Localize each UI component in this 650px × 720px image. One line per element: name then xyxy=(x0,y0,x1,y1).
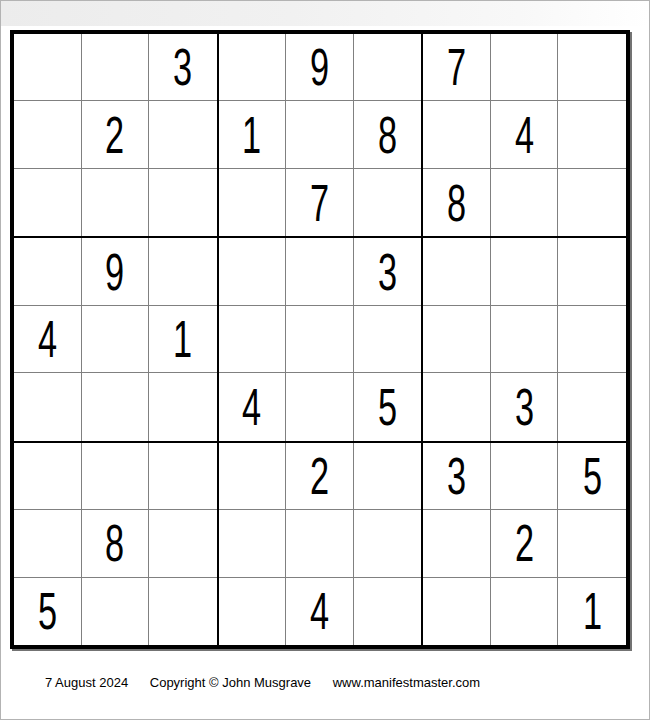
given-digit: 3 xyxy=(447,450,466,502)
sudoku-box-6: 3 xyxy=(422,237,627,441)
given-digit: 9 xyxy=(105,246,124,298)
cell-r5c6 xyxy=(354,306,422,373)
cell-r1c6 xyxy=(354,34,422,101)
given-digit: 7 xyxy=(447,41,466,93)
cell-r2c7 xyxy=(423,101,491,168)
cell-r7c2 xyxy=(82,443,150,510)
cell-r3c9 xyxy=(558,169,626,236)
top-band xyxy=(1,1,649,26)
cell-r1c2 xyxy=(82,34,150,101)
sudoku-box-3: 748 xyxy=(422,33,627,237)
cell-r8c7 xyxy=(423,510,491,577)
page: 329187748941345385243521 7 August 2024 C… xyxy=(0,0,650,720)
cell-r9c2 xyxy=(82,578,150,645)
sudoku-box-2: 9187 xyxy=(218,33,423,237)
cell-r7c4 xyxy=(219,443,287,510)
cell-r6c5 xyxy=(286,373,354,440)
cell-r8c2: 8 xyxy=(82,510,150,577)
cell-r3c2 xyxy=(82,169,150,236)
cell-r2c2: 2 xyxy=(82,101,150,168)
cell-r6c9 xyxy=(558,373,626,440)
cell-r2c6: 8 xyxy=(354,101,422,168)
cell-r6c8: 3 xyxy=(491,373,559,440)
cell-r2c9 xyxy=(558,101,626,168)
cell-r2c5 xyxy=(286,101,354,168)
cell-r8c3 xyxy=(149,510,217,577)
cell-r8c1 xyxy=(14,510,82,577)
sudoku-box-7: 85 xyxy=(13,442,218,646)
given-digit: 4 xyxy=(38,313,57,365)
cell-r1c7: 7 xyxy=(423,34,491,101)
cell-r7c7: 3 xyxy=(423,443,491,510)
cell-r3c6 xyxy=(354,169,422,236)
cell-r5c8 xyxy=(491,306,559,373)
cell-r2c8: 4 xyxy=(491,101,559,168)
cell-r7c6 xyxy=(354,443,422,510)
given-digit: 5 xyxy=(378,381,397,433)
cell-r4c1 xyxy=(14,238,82,305)
given-digit: 3 xyxy=(173,41,192,93)
cell-r5c7 xyxy=(423,306,491,373)
cell-r1c8 xyxy=(491,34,559,101)
cell-r9c3 xyxy=(149,578,217,645)
given-digit: 1 xyxy=(173,313,192,365)
given-digit: 2 xyxy=(105,109,124,161)
given-digit: 5 xyxy=(583,450,602,502)
cell-r5c9 xyxy=(558,306,626,373)
sudoku-box-5: 345 xyxy=(218,237,423,441)
cell-r1c9 xyxy=(558,34,626,101)
given-digit: 4 xyxy=(515,109,534,161)
cell-r7c1 xyxy=(14,443,82,510)
given-digit: 2 xyxy=(515,517,534,569)
cell-r5c3: 1 xyxy=(149,306,217,373)
cell-r4c4 xyxy=(219,238,287,305)
given-digit: 2 xyxy=(310,450,329,502)
cell-r2c3 xyxy=(149,101,217,168)
cell-r6c2 xyxy=(82,373,150,440)
footer-copyright: Copyright © John Musgrave xyxy=(150,675,311,690)
given-digit: 4 xyxy=(242,381,261,433)
given-digit: 3 xyxy=(378,246,397,298)
cell-r9c8 xyxy=(491,578,559,645)
footer-date: 7 August 2024 xyxy=(45,675,128,690)
given-digit: 8 xyxy=(378,109,397,161)
cell-r6c4: 4 xyxy=(219,373,287,440)
cell-r4c9 xyxy=(558,238,626,305)
cell-r5c1: 4 xyxy=(14,306,82,373)
cell-r1c4 xyxy=(219,34,287,101)
cell-r9c7 xyxy=(423,578,491,645)
cell-r7c8 xyxy=(491,443,559,510)
cell-r1c5: 9 xyxy=(286,34,354,101)
cell-r9c9: 1 xyxy=(558,578,626,645)
given-digit: 1 xyxy=(242,109,261,161)
cell-r4c5 xyxy=(286,238,354,305)
footer-website: www.manifestmaster.com xyxy=(333,675,480,690)
cell-r7c5: 2 xyxy=(286,443,354,510)
cell-r4c7 xyxy=(423,238,491,305)
cell-r1c1 xyxy=(14,34,82,101)
cell-r5c2 xyxy=(82,306,150,373)
cell-r8c4 xyxy=(219,510,287,577)
footer: 7 August 2024 Copyright © John Musgrave … xyxy=(45,675,480,690)
cell-r6c7 xyxy=(423,373,491,440)
cell-r8c8: 2 xyxy=(491,510,559,577)
cell-r3c4 xyxy=(219,169,287,236)
cell-r2c1 xyxy=(14,101,82,168)
cell-r4c6: 3 xyxy=(354,238,422,305)
given-digit: 1 xyxy=(583,585,602,637)
given-digit: 8 xyxy=(447,177,466,229)
cell-r9c5: 4 xyxy=(286,578,354,645)
cell-r3c7: 8 xyxy=(423,169,491,236)
cell-r6c6: 5 xyxy=(354,373,422,440)
sudoku-box-4: 941 xyxy=(13,237,218,441)
cell-r9c4 xyxy=(219,578,287,645)
cell-r2c4: 1 xyxy=(219,101,287,168)
cell-r3c1 xyxy=(14,169,82,236)
given-digit: 5 xyxy=(38,585,57,637)
cell-r4c2: 9 xyxy=(82,238,150,305)
cell-r5c4 xyxy=(219,306,287,373)
cell-r7c3 xyxy=(149,443,217,510)
cell-r9c6 xyxy=(354,578,422,645)
sudoku-box-8: 24 xyxy=(218,442,423,646)
cell-r1c3: 3 xyxy=(149,34,217,101)
given-digit: 9 xyxy=(310,41,329,93)
given-digit: 3 xyxy=(515,381,534,433)
cell-r4c8 xyxy=(491,238,559,305)
cell-r8c5 xyxy=(286,510,354,577)
cell-r3c3 xyxy=(149,169,217,236)
cell-r3c8 xyxy=(491,169,559,236)
sudoku-box-1: 32 xyxy=(13,33,218,237)
sudoku-box-9: 3521 xyxy=(422,442,627,646)
cell-r5c5 xyxy=(286,306,354,373)
given-digit: 8 xyxy=(105,517,124,569)
cell-r7c9: 5 xyxy=(558,443,626,510)
cell-r6c3 xyxy=(149,373,217,440)
given-digit: 7 xyxy=(310,177,329,229)
cell-r3c5: 7 xyxy=(286,169,354,236)
given-digit: 4 xyxy=(310,585,329,637)
cell-r6c1 xyxy=(14,373,82,440)
cell-r4c3 xyxy=(149,238,217,305)
sudoku-board: 329187748941345385243521 xyxy=(10,30,630,649)
cell-r8c9 xyxy=(558,510,626,577)
cell-r8c6 xyxy=(354,510,422,577)
cell-r9c1: 5 xyxy=(14,578,82,645)
